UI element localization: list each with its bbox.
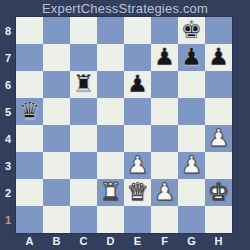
square-e8 <box>124 17 151 44</box>
square-c7 <box>70 44 97 71</box>
square-d4 <box>97 125 124 152</box>
square-b3 <box>43 152 70 179</box>
square-d2: ♜ <box>97 179 124 206</box>
square-b8 <box>43 17 70 44</box>
square-a6 <box>16 71 43 98</box>
square-b6 <box>43 71 70 98</box>
black-pawn: ♟ <box>124 71 151 98</box>
square-g1 <box>178 206 205 233</box>
rank-label-2: 2 <box>0 179 16 206</box>
file-label-d: D <box>97 233 124 250</box>
square-a7 <box>16 44 43 71</box>
black-queen: ♛ <box>16 98 43 125</box>
square-e1 <box>124 206 151 233</box>
square-h6 <box>205 71 232 98</box>
square-h3 <box>205 152 232 179</box>
square-e7 <box>124 44 151 71</box>
board-corner-spacer <box>0 233 16 250</box>
square-f3 <box>151 152 178 179</box>
square-f4 <box>151 125 178 152</box>
square-f2: ♟ <box>151 179 178 206</box>
square-h8 <box>205 17 232 44</box>
square-g6 <box>178 71 205 98</box>
rank-label-6: 6 <box>0 71 16 98</box>
rank-label-1: 1 <box>0 206 16 233</box>
square-g3: ♟ <box>178 152 205 179</box>
square-e3: ♟ <box>124 152 151 179</box>
square-g7: ♟ <box>178 44 205 71</box>
square-d8 <box>97 17 124 44</box>
square-d6 <box>97 71 124 98</box>
square-f6 <box>151 71 178 98</box>
chess-diagram: 87654321 ♚♟♟♟♜♟♛♟♟♟♜♛♟♚ ABCDEFGH <box>0 17 232 250</box>
square-d5 <box>97 98 124 125</box>
square-g4 <box>178 125 205 152</box>
square-d3 <box>97 152 124 179</box>
square-f1 <box>151 206 178 233</box>
file-label-h: H <box>205 233 232 250</box>
square-a8 <box>16 17 43 44</box>
square-h1 <box>205 206 232 233</box>
black-pawn: ♟ <box>178 44 205 71</box>
square-c4 <box>70 125 97 152</box>
chess-board: ♚♟♟♟♜♟♛♟♟♟♜♛♟♚ <box>16 17 232 233</box>
square-g5 <box>178 98 205 125</box>
black-king: ♚ <box>178 17 205 44</box>
square-b7 <box>43 44 70 71</box>
site-title: ExpertChessStrategies.com <box>0 0 250 17</box>
white-pawn: ♟ <box>124 152 151 179</box>
white-queen: ♛ <box>124 179 151 206</box>
file-label-a: A <box>16 233 43 250</box>
square-f5 <box>151 98 178 125</box>
square-f8 <box>151 17 178 44</box>
file-label-g: G <box>178 233 205 250</box>
square-c5 <box>70 98 97 125</box>
square-a2 <box>16 179 43 206</box>
square-c3 <box>70 152 97 179</box>
square-d1 <box>97 206 124 233</box>
square-e6: ♟ <box>124 71 151 98</box>
square-e4 <box>124 125 151 152</box>
square-c8 <box>70 17 97 44</box>
square-h4: ♟ <box>205 125 232 152</box>
square-b2 <box>43 179 70 206</box>
file-label-f: F <box>151 233 178 250</box>
square-g8: ♚ <box>178 17 205 44</box>
rank-label-7: 7 <box>0 44 16 71</box>
black-pawn: ♟ <box>151 44 178 71</box>
file-labels: ABCDEFGH <box>16 233 232 250</box>
chess-diagram-page: ExpertChessStrategies.com 87654321 ♚♟♟♟♜… <box>0 0 250 250</box>
square-d7 <box>97 44 124 71</box>
square-f7: ♟ <box>151 44 178 71</box>
square-a5: ♛ <box>16 98 43 125</box>
square-e5 <box>124 98 151 125</box>
square-e2: ♛ <box>124 179 151 206</box>
white-pawn: ♟ <box>151 179 178 206</box>
rank-label-5: 5 <box>0 98 16 125</box>
square-h5 <box>205 98 232 125</box>
square-a3 <box>16 152 43 179</box>
white-rook: ♜ <box>97 179 124 206</box>
white-pawn: ♟ <box>205 125 232 152</box>
square-c6: ♜ <box>70 71 97 98</box>
square-h2: ♚ <box>205 179 232 206</box>
square-b1 <box>43 206 70 233</box>
file-label-c: C <box>70 233 97 250</box>
black-pawn: ♟ <box>205 44 232 71</box>
square-a1 <box>16 206 43 233</box>
square-g2 <box>178 179 205 206</box>
black-rook: ♜ <box>70 71 97 98</box>
square-b5 <box>43 98 70 125</box>
square-h7: ♟ <box>205 44 232 71</box>
square-c2 <box>70 179 97 206</box>
file-label-b: B <box>43 233 70 250</box>
white-king: ♚ <box>205 179 232 206</box>
square-c1 <box>70 206 97 233</box>
rank-label-4: 4 <box>0 125 16 152</box>
rank-labels: 87654321 <box>0 17 16 233</box>
file-label-e: E <box>124 233 151 250</box>
rank-label-3: 3 <box>0 152 16 179</box>
rank-label-8: 8 <box>0 17 16 44</box>
square-a4 <box>16 125 43 152</box>
square-b4 <box>43 125 70 152</box>
white-pawn: ♟ <box>178 152 205 179</box>
